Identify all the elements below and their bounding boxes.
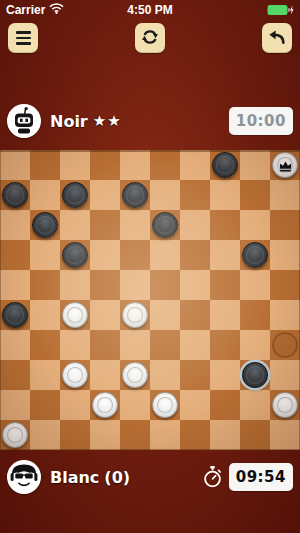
status-time: 4:50 PM [127, 3, 172, 17]
carrier-label: Carrier [6, 3, 45, 17]
restart-button[interactable] [135, 23, 165, 53]
clock-white: 09:54 [229, 463, 293, 491]
clock-black: 10:00 [229, 107, 293, 135]
black-man[interactable] [242, 362, 268, 388]
status-bar: Carrier 4:50 PM [0, 0, 300, 20]
black-man[interactable] [152, 212, 178, 238]
menu-button[interactable] [8, 23, 38, 53]
black-man[interactable] [32, 212, 58, 238]
battery-icon [267, 4, 294, 16]
robot-avatar [7, 104, 41, 138]
white-man[interactable] [62, 362, 88, 388]
player-row-black: Noir ★★ 10:00 [0, 102, 300, 140]
undo-arrow-icon [267, 27, 287, 50]
stopwatch-icon [202, 465, 223, 489]
player-row-white: Blanc (0) 09:54 [0, 458, 300, 496]
difficulty-stars: ★★ [93, 112, 122, 130]
white-man[interactable] [122, 362, 148, 388]
hamburger-icon [16, 31, 31, 45]
app-screen: Carrier 4:50 PM [0, 0, 300, 533]
black-man[interactable] [62, 242, 88, 268]
black-man[interactable] [212, 152, 238, 178]
white-man[interactable] [62, 302, 88, 328]
undo-button[interactable] [262, 23, 292, 53]
black-man[interactable] [2, 302, 28, 328]
cool-face-avatar [7, 460, 41, 494]
white-king[interactable] [272, 152, 298, 178]
white-man[interactable] [272, 392, 298, 418]
player-name-black: Noir [50, 112, 88, 131]
black-man[interactable] [242, 242, 268, 268]
black-man[interactable] [62, 182, 88, 208]
refresh-icon [140, 27, 160, 50]
wifi-icon [49, 3, 64, 17]
pieces-layer [0, 150, 300, 450]
captures-count: (0) [104, 468, 130, 487]
white-man[interactable] [122, 302, 148, 328]
board[interactable] [0, 150, 300, 450]
white-man[interactable] [152, 392, 178, 418]
white-man[interactable] [2, 422, 28, 448]
white-man[interactable] [92, 392, 118, 418]
black-man[interactable] [122, 182, 148, 208]
player-name-white: Blanc [50, 468, 99, 487]
black-man[interactable] [2, 182, 28, 208]
last-move-origin-marker [272, 332, 298, 358]
